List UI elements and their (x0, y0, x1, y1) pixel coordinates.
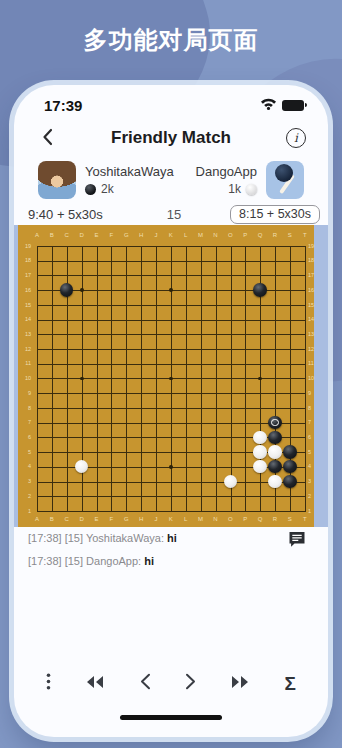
chat-meta: [17:38] [15] YoshitakaWaya: (28, 532, 164, 544)
board-zone: ABCDEFGHJKLMNOPQRST ABCDEFGHJKLMNOPQRST … (14, 225, 328, 527)
black-stone-C16 (60, 283, 73, 296)
white-stone-Q6 (253, 431, 266, 444)
black-player-name: YoshitakaWaya (85, 164, 174, 179)
chat-text: hi (167, 532, 177, 544)
black-stone-R4 (268, 460, 281, 473)
info-icon: i (294, 131, 298, 145)
next-move-button[interactable] (179, 667, 203, 699)
white-stone-icon (246, 184, 257, 195)
black-stone-S4 (283, 460, 296, 473)
white-player-name: DangoApp (196, 164, 257, 179)
status-time: 17:39 (44, 97, 82, 114)
navigation-header: Friendly Match i (14, 125, 328, 151)
page-background: 多功能对局页面 17:39 (0, 0, 342, 748)
chevron-left-icon (42, 134, 53, 149)
star-point (169, 377, 173, 381)
black-stone-icon (85, 184, 96, 195)
menu-button[interactable] (40, 667, 57, 699)
avatar-black-player[interactable] (38, 161, 76, 199)
star-point (258, 377, 262, 381)
black-stone-R6 (268, 431, 281, 444)
black-stone-Q16 (253, 283, 266, 296)
chevron-right-icon (185, 673, 197, 693)
star-point (169, 288, 173, 292)
fast-forward-icon (231, 675, 250, 692)
kebab-menu-icon (46, 673, 51, 693)
back-button[interactable] (36, 126, 59, 151)
chat-log: [17:38] [15] YoshitakaWaya:hi[17:38] [15… (28, 527, 314, 573)
star-point (169, 465, 173, 469)
dango-ball (275, 164, 293, 182)
fast-backward-icon (85, 675, 104, 692)
clocks-row: 9:40 + 5x30s 15 8:15 + 5x30s (28, 204, 320, 224)
fast-forward-button[interactable] (225, 669, 256, 698)
chevron-left-icon (139, 673, 151, 693)
white-stone-D4 (75, 460, 88, 473)
black-stone-S5 (283, 445, 296, 458)
wifi-icon (260, 96, 277, 114)
chat-meta: [17:38] [15] DangoApp: (28, 555, 141, 567)
white-stone-O3 (224, 475, 237, 488)
page-header-title: Friendly Match (14, 128, 328, 148)
page-title: 多功能对局页面 (0, 24, 342, 56)
sigma-icon: Σ (285, 674, 296, 693)
white-player-rank: 1k (228, 182, 241, 196)
player-black: YoshitakaWaya 2k (38, 161, 174, 199)
white-stone-Q4 (253, 460, 266, 473)
go-board[interactable]: ABCDEFGHJKLMNOPQRST ABCDEFGHJKLMNOPQRST … (18, 225, 314, 527)
chat-message-1: [17:38] [15] DangoApp:hi (28, 550, 314, 573)
info-button[interactable]: i (286, 128, 306, 148)
chat-text: hi (144, 555, 154, 567)
move-number: 15 (28, 207, 320, 222)
chat-bubble-icon (288, 536, 306, 551)
previous-move-button[interactable] (133, 667, 157, 699)
black-player-rank: 2k (101, 182, 114, 196)
status-icons (260, 96, 304, 114)
battery-icon (282, 100, 304, 111)
player-white: DangoApp 1k (196, 161, 304, 199)
score-estimate-button[interactable]: Σ (279, 668, 302, 699)
chat-message-0: [17:38] [15] YoshitakaWaya:hi (28, 527, 314, 550)
last-move-stone-R7 (268, 416, 281, 429)
status-bar: 17:39 (44, 95, 304, 115)
white-stone-R5 (268, 445, 281, 458)
game-toolbar: Σ (40, 661, 302, 705)
chat-button[interactable] (288, 531, 306, 551)
white-stone-R3 (268, 475, 281, 488)
black-stone-S3 (283, 475, 296, 488)
phone-mockup: 17:39 Friendly (14, 85, 328, 737)
star-point (80, 288, 84, 292)
stone-grid (30, 239, 313, 519)
white-stone-Q5 (253, 445, 266, 458)
star-point (80, 377, 84, 381)
home-indicator[interactable] (120, 715, 222, 720)
fast-backward-button[interactable] (79, 669, 110, 698)
players-row: YoshitakaWaya 2k DangoApp 1k (38, 161, 304, 205)
avatar-white-player[interactable] (266, 161, 304, 199)
